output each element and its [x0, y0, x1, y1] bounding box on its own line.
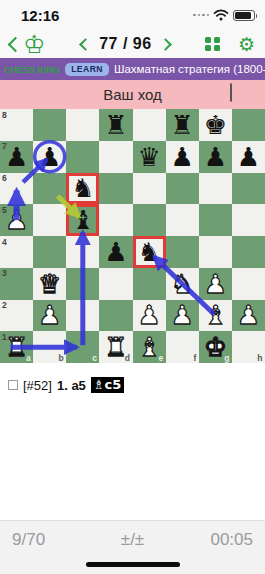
grid-menu-button[interactable]: [205, 37, 220, 52]
file-label: g: [224, 354, 229, 363]
square-g6[interactable]: [199, 173, 232, 205]
piece-white-bishop[interactable]: ♝: [137, 334, 160, 360]
rank-label: 4: [2, 238, 7, 247]
piece-white-pawn[interactable]: ♟: [204, 271, 227, 297]
square-f6[interactable]: [166, 173, 199, 205]
file-label: d: [125, 354, 130, 363]
square-d2[interactable]: [99, 300, 132, 332]
square-a1[interactable]: 1a♜: [0, 331, 33, 363]
square-f2[interactable]: ♟: [166, 300, 199, 332]
square-a7[interactable]: 7♟: [0, 141, 33, 173]
piece-black-rook[interactable]: ♜: [171, 112, 194, 138]
piece-white-pawn[interactable]: ♟: [237, 302, 260, 328]
piece-black-pawn[interactable]: ♟: [5, 144, 28, 170]
empty-area: [0, 393, 265, 520]
evaluation-label: ±/±: [92, 530, 172, 574]
app-screen: 12:16 ♔ 77 / 96 ⚙ CHESS KING LE: [0, 0, 265, 574]
square-b4[interactable]: [33, 236, 66, 268]
piece-black-knight[interactable]: ♞: [71, 175, 94, 201]
rank-label: 1: [2, 333, 7, 342]
square-a6[interactable]: 6: [0, 173, 33, 205]
square-d4[interactable]: ♟: [99, 236, 132, 268]
piece-black-king[interactable]: ♚: [204, 112, 227, 138]
square-g8[interactable]: ♚: [199, 109, 232, 141]
square-c1[interactable]: c: [66, 331, 99, 363]
back-button[interactable]: ♔: [10, 32, 45, 57]
square-h8[interactable]: [232, 109, 265, 141]
rank-label: 8: [2, 111, 7, 120]
piece-black-rook[interactable]: ♜: [104, 112, 127, 138]
square-h2[interactable]: ♟: [232, 300, 265, 332]
square-d5[interactable]: [99, 204, 132, 236]
square-c7[interactable]: [66, 141, 99, 173]
square-g7[interactable]: ♟: [199, 141, 232, 173]
timer-label: 00:05: [173, 530, 253, 574]
piece-white-knight[interactable]: ♞: [171, 271, 194, 297]
file-label: h: [257, 354, 262, 363]
rank-label: 5: [2, 206, 7, 215]
piece-white-pawn[interactable]: ♟: [38, 302, 61, 328]
square-d6[interactable]: [99, 173, 132, 205]
piece-black-bishop[interactable]: ♝: [71, 207, 94, 233]
next-puzzle-button[interactable]: [159, 38, 172, 51]
square-h1[interactable]: h: [232, 331, 265, 363]
square-h3[interactable]: [232, 268, 265, 300]
square-a3[interactable]: 3: [0, 268, 33, 300]
rank-label: 2: [2, 301, 7, 310]
square-e4[interactable]: ♞: [133, 236, 166, 268]
file-label: f: [193, 354, 196, 363]
square-b5[interactable]: [33, 204, 66, 236]
piece-white-queen[interactable]: ♛: [38, 271, 61, 297]
wifi-icon: [213, 9, 229, 21]
square-f5[interactable]: [166, 204, 199, 236]
square-b1[interactable]: b: [33, 331, 66, 363]
square-g2[interactable]: ♝: [199, 300, 232, 332]
status-bar: 12:16: [0, 0, 265, 30]
previous-puzzle-button[interactable]: [79, 38, 92, 51]
rank-label: 6: [2, 174, 7, 183]
nav-bar: ♔ 77 / 96 ⚙: [0, 30, 265, 58]
square-e3[interactable]: [133, 268, 166, 300]
current-move[interactable]: ♗c5: [91, 377, 124, 393]
exercise-number: [#52]: [23, 378, 52, 393]
square-c3[interactable]: [66, 268, 99, 300]
square-a8[interactable]: 8: [0, 109, 33, 141]
square-a2[interactable]: 2: [0, 300, 33, 332]
puzzle-counter: 77 / 96: [99, 35, 151, 53]
square-f4[interactable]: [166, 236, 199, 268]
square-g3[interactable]: ♟: [199, 268, 232, 300]
square-b6[interactable]: [33, 173, 66, 205]
piece-black-knight[interactable]: ♞: [137, 239, 160, 265]
rank-label: 7: [2, 142, 7, 151]
square-c5[interactable]: ♝: [66, 204, 99, 236]
move-list: [#52] 1. a5 ♗c5: [0, 363, 265, 393]
home-indicator[interactable]: [86, 562, 180, 567]
square-f3[interactable]: ♞: [166, 268, 199, 300]
progress-counter: 9/70: [12, 530, 92, 574]
square-g4[interactable]: [199, 236, 232, 268]
square-c8[interactable]: [66, 109, 99, 141]
square-b7[interactable]: ♟: [33, 141, 66, 173]
square-b8[interactable]: [33, 109, 66, 141]
square-e7[interactable]: ♛: [133, 141, 166, 173]
moves-played: 1. a5: [57, 378, 86, 393]
square-d8[interactable]: ♜: [99, 109, 132, 141]
square-b2[interactable]: ♟: [33, 300, 66, 332]
file-label: a: [26, 354, 31, 363]
file-label: c: [92, 354, 97, 363]
piece-white-pawn[interactable]: ♟: [171, 302, 194, 328]
settings-button[interactable]: ⚙: [238, 35, 255, 54]
piece-white-bishop[interactable]: ♝: [204, 302, 227, 328]
piece-black-pawn[interactable]: ♟: [38, 144, 61, 170]
rank-label: 3: [2, 269, 7, 278]
bottom-status-bar: 9/70 ±/± 00:05: [0, 520, 265, 574]
turn-label: Ваш ход: [103, 86, 162, 103]
battery-icon: [233, 10, 255, 21]
square-e2[interactable]: ♟: [133, 300, 166, 332]
piece-white-rook[interactable]: ♜: [5, 334, 28, 360]
piece-white-pawn[interactable]: ♟: [137, 302, 160, 328]
computer-icon[interactable]: [230, 84, 254, 104]
piece-black-pawn[interactable]: ♟: [104, 239, 127, 265]
chess-board: 8♜♜♚7♟♟♛♟♟♟6♞5♟♝4♟♞3♛♞♟2♟♟♟♝♟1a♜bcd♜e♝fg…: [0, 109, 265, 363]
turn-indicator-bar: Ваш ход: [0, 80, 265, 109]
course-title: Шахматная стратегия (1800-2400): [114, 63, 265, 75]
piece-black-pawn[interactable]: ♟: [171, 144, 194, 170]
square-b3[interactable]: ♛: [33, 268, 66, 300]
chess-king-logo-icon: ♔: [23, 32, 45, 57]
square-a5[interactable]: 5♟: [0, 204, 33, 236]
square-e6[interactable]: [133, 173, 166, 205]
file-label: b: [59, 354, 64, 363]
piece-black-pawn[interactable]: ♟: [204, 144, 227, 170]
file-label: e: [158, 354, 163, 363]
brand-name: CHESS KING: [4, 64, 60, 75]
square-h5[interactable]: [232, 204, 265, 236]
piece-black-queen[interactable]: ♛: [137, 144, 160, 170]
square-d7[interactable]: [99, 141, 132, 173]
cellular-signal-icon: [193, 14, 209, 17]
learn-badge: LEARN: [65, 63, 109, 76]
square-f7[interactable]: ♟: [166, 141, 199, 173]
square-h7[interactable]: ♟: [232, 141, 265, 173]
piece-white-pawn[interactable]: ♟: [5, 207, 28, 233]
square-e5[interactable]: [133, 204, 166, 236]
square-g5[interactable]: [199, 204, 232, 236]
square-g1[interactable]: g♚: [199, 331, 232, 363]
square-e8[interactable]: [133, 109, 166, 141]
square-f8[interactable]: ♜: [166, 109, 199, 141]
square-e1[interactable]: e♝: [133, 331, 166, 363]
square-c6[interactable]: ♞: [66, 173, 99, 205]
square-d3[interactable]: [99, 268, 132, 300]
move-list-checkbox[interactable]: [8, 380, 18, 390]
square-h6[interactable]: [232, 173, 265, 205]
square-d1[interactable]: d♜: [99, 331, 132, 363]
square-f1[interactable]: f: [166, 331, 199, 363]
square-h4[interactable]: [232, 236, 265, 268]
course-banner: CHESS KING LEARN Шахматная стратегия (18…: [0, 58, 265, 80]
chevron-left-icon: [8, 36, 24, 52]
square-c4[interactable]: [66, 236, 99, 268]
piece-black-pawn[interactable]: ♟: [237, 144, 260, 170]
square-a4[interactable]: 4: [0, 236, 33, 268]
square-c2[interactable]: [66, 300, 99, 332]
clock: 12:16: [21, 7, 59, 24]
